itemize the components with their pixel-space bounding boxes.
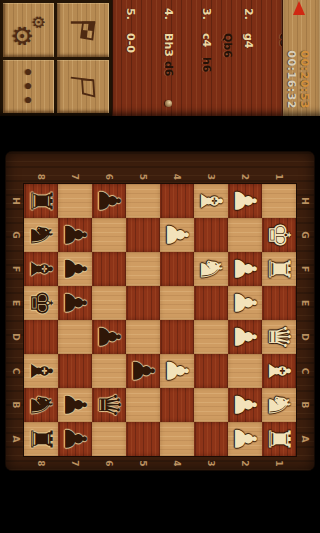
move-line: Qb6	[220, 0, 235, 116]
black-knight: ♞	[24, 388, 58, 422]
square-a1[interactable]: ♜	[262, 422, 296, 456]
white-pawn: ♟	[228, 184, 262, 218]
white-pawn: ♟	[160, 218, 194, 252]
board-grid: ♚♜♛♝♞♜♟♟♟♟♟♟♝♞♟♟♟♟♟♛♟♟♟♟♟♜♞♝♚♝♞♜	[24, 184, 296, 456]
square-g4[interactable]: ♟	[160, 218, 194, 252]
square-f1[interactable]: ♜	[262, 252, 296, 286]
square-e5[interactable]	[126, 286, 160, 320]
black-pawn: ♟	[126, 354, 160, 388]
white-pawn: ♟	[228, 252, 262, 286]
more-options-button[interactable]: ●●●	[3, 60, 55, 114]
move-line: 3.c4h6	[199, 0, 214, 116]
black-pawn: ♟	[58, 388, 92, 422]
coord-label-h: H	[297, 184, 312, 218]
square-d5[interactable]	[126, 320, 160, 354]
square-b2[interactable]: ♟	[228, 388, 262, 422]
move-line: c5	[276, 0, 283, 116]
white-move: 0-0	[123, 33, 138, 53]
square-f8[interactable]: ♝	[24, 252, 58, 286]
move-number: 2.	[241, 8, 256, 33]
square-f6[interactable]	[92, 252, 126, 286]
black-bishop: ♝	[24, 252, 58, 286]
white-rook: ♜	[262, 252, 296, 286]
square-g1[interactable]: ♚	[262, 218, 296, 252]
coord-label-c: C	[297, 354, 312, 388]
square-d3[interactable]	[194, 320, 228, 354]
black-knight: ♞	[24, 218, 58, 252]
square-e2[interactable]: ♟	[228, 286, 262, 320]
square-c3[interactable]	[194, 354, 228, 388]
settings-button[interactable]: ⚙ ⚙	[3, 3, 55, 57]
square-a6[interactable]	[92, 422, 126, 456]
move-number: 4.	[161, 8, 176, 33]
more-options-dots-icon: ●●●	[24, 62, 33, 111]
coord-label-6: 6	[92, 457, 126, 470]
coord-label-d: D	[297, 320, 312, 354]
coord-label-g: G	[297, 218, 312, 252]
white-king: ♚	[262, 218, 296, 252]
file-labels-top: HGFEDCBA	[297, 184, 312, 456]
rank-labels-left: 12345678	[24, 152, 296, 182]
square-e6[interactable]	[92, 286, 126, 320]
black-move: Qb6	[220, 33, 235, 58]
black-pawn: ♟	[92, 184, 126, 218]
checkered-flag-icon	[68, 15, 98, 45]
square-h7[interactable]	[58, 184, 92, 218]
square-g2[interactable]	[228, 218, 262, 252]
coord-label-2: 2	[228, 152, 262, 180]
coord-label-8: 8	[24, 152, 58, 180]
coord-label-g: G	[8, 218, 23, 252]
clock-row-top: 00:20:53	[300, 0, 313, 109]
white-move: g4	[241, 33, 256, 53]
clock-row-bottom: 00:16:32	[287, 0, 300, 109]
square-f5[interactable]	[126, 252, 160, 286]
square-f3[interactable]: ♞	[194, 252, 228, 286]
move-line: 2.g4	[241, 0, 256, 116]
square-d6[interactable]: ♟	[92, 320, 126, 354]
square-e1[interactable]	[262, 286, 296, 320]
chess-app: 00:20:53 00:16:32 c52.g4Qb63.c4h64.Bh3d6…	[0, 0, 320, 533]
black-move: c5	[276, 33, 283, 47]
gear-icon: ⚙	[9, 24, 35, 47]
square-e7[interactable]: ♟	[58, 286, 92, 320]
square-b4[interactable]	[160, 388, 194, 422]
square-b3[interactable]	[194, 388, 228, 422]
coord-label-7: 7	[58, 457, 92, 470]
coord-label-2: 2	[228, 457, 262, 470]
square-b8[interactable]: ♞	[24, 388, 58, 422]
white-bishop: ♝	[262, 354, 296, 388]
phone-screen: 00:20:53 00:16:32 c52.g4Qb63.c4h64.Bh3d6…	[0, 0, 320, 533]
coord-label-7: 7	[58, 152, 92, 180]
coord-label-a: A	[297, 422, 312, 456]
white-pawn: ♟	[160, 354, 194, 388]
square-b5[interactable]	[126, 388, 160, 422]
white-flag-icon	[68, 71, 98, 101]
square-g3[interactable]	[194, 218, 228, 252]
clock-panel: 00:20:53 00:16:32	[283, 0, 320, 116]
square-g8[interactable]: ♞	[24, 218, 58, 252]
coord-label-f: F	[8, 252, 23, 286]
move-line: 4.Bh3d6	[161, 0, 176, 116]
white-knight: ♞	[262, 388, 296, 422]
move-line: 5.0-0	[123, 0, 138, 116]
coord-label-e: E	[297, 286, 312, 320]
square-a5[interactable]	[126, 422, 160, 456]
square-a4[interactable]	[160, 422, 194, 456]
black-pawn: ♟	[58, 422, 92, 456]
black-pawn: ♟	[58, 218, 92, 252]
square-h3[interactable]: ♝	[194, 184, 228, 218]
coord-label-4: 4	[160, 152, 194, 180]
white-pawn: ♟	[228, 388, 262, 422]
square-c1[interactable]: ♝	[262, 354, 296, 388]
square-c4[interactable]: ♟	[160, 354, 194, 388]
black-pawn: ♟	[58, 286, 92, 320]
square-d8[interactable]	[24, 320, 58, 354]
coord-label-f: F	[297, 252, 312, 286]
square-f4[interactable]	[160, 252, 194, 286]
square-f7[interactable]: ♟	[58, 252, 92, 286]
black-pawn: ♟	[58, 252, 92, 286]
white-flag-button[interactable]	[58, 60, 110, 114]
coord-label-5: 5	[126, 152, 160, 180]
coord-label-b: B	[297, 388, 312, 422]
square-b1[interactable]: ♞	[262, 388, 296, 422]
screw-decoration	[165, 100, 172, 107]
square-h1[interactable]	[262, 184, 296, 218]
move-number: 5.	[123, 8, 138, 33]
black-bishop: ♝	[24, 354, 58, 388]
white-pawn: ♟	[228, 320, 262, 354]
clock-bottom: 00:16:32	[285, 50, 298, 109]
coord-label-a: A	[8, 422, 23, 456]
square-f2[interactable]: ♟	[228, 252, 262, 286]
square-g7[interactable]: ♟	[58, 218, 92, 252]
square-h4[interactable]	[160, 184, 194, 218]
square-c2[interactable]	[228, 354, 262, 388]
chessboard: HGFEDCBA HGFEDCBA 12345678 12345678 ♚♜♛♝…	[6, 152, 314, 470]
white-move: Bh3	[161, 33, 176, 57]
black-pawn: ♟	[92, 320, 126, 354]
coord-label-8: 8	[24, 457, 58, 470]
square-d7[interactable]	[58, 320, 92, 354]
white-move: c4	[199, 33, 214, 53]
white-bishop: ♝	[194, 184, 228, 218]
black-rook: ♜	[24, 422, 58, 456]
square-h2[interactable]: ♟	[228, 184, 262, 218]
coord-label-4: 4	[160, 457, 194, 470]
file-labels-bottom: HGFEDCBA	[8, 184, 23, 456]
black-king: ♚	[24, 286, 58, 320]
white-queen: ♛	[262, 320, 296, 354]
square-g6[interactable]	[92, 218, 126, 252]
square-a2[interactable]: ♟	[228, 422, 262, 456]
coord-label-h: H	[8, 184, 23, 218]
side-panel: 00:20:53 00:16:32 c52.g4Qb63.c4h64.Bh3d6…	[0, 0, 320, 116]
rank-labels-right: 12345678	[24, 457, 296, 470]
coord-label-3: 3	[194, 457, 228, 470]
black-move: d6	[161, 61, 176, 77]
coord-label-1: 1	[262, 152, 296, 180]
square-a8[interactable]: ♜	[24, 422, 58, 456]
square-e3[interactable]	[194, 286, 228, 320]
coord-label-e: E	[8, 286, 23, 320]
coord-label-1: 1	[262, 457, 296, 470]
square-a3[interactable]	[194, 422, 228, 456]
move-number: 3.	[199, 8, 214, 33]
square-c5[interactable]: ♟	[126, 354, 160, 388]
white-rook: ♜	[262, 422, 296, 456]
coord-label-c: C	[8, 354, 23, 388]
square-c7[interactable]	[58, 354, 92, 388]
square-c6[interactable]	[92, 354, 126, 388]
black-queen: ♛	[92, 388, 126, 422]
move-list[interactable]: c52.g4Qb63.c4h64.Bh3d65.0-0	[112, 0, 283, 116]
square-e8[interactable]: ♚	[24, 286, 58, 320]
white-pawn: ♟	[228, 422, 262, 456]
white-knight: ♞	[194, 252, 228, 286]
coord-label-6: 6	[92, 152, 126, 180]
coord-label-b: B	[8, 388, 23, 422]
white-pawn: ♟	[228, 286, 262, 320]
square-h8[interactable]: ♜	[24, 184, 58, 218]
square-e4[interactable]	[160, 286, 194, 320]
square-h6[interactable]: ♟	[92, 184, 126, 218]
square-d2[interactable]: ♟	[228, 320, 262, 354]
square-c8[interactable]: ♝	[24, 354, 58, 388]
square-b6[interactable]: ♛	[92, 388, 126, 422]
square-a7[interactable]: ♟	[58, 422, 92, 456]
square-b7[interactable]: ♟	[58, 388, 92, 422]
coord-label-3: 3	[194, 152, 228, 180]
black-rook: ♜	[24, 184, 58, 218]
coord-label-d: D	[8, 320, 23, 354]
square-h5[interactable]	[126, 184, 160, 218]
coord-label-5: 5	[126, 457, 160, 470]
checkered-flag-button[interactable]	[58, 3, 110, 57]
square-d4[interactable]	[160, 320, 194, 354]
black-move: h6	[199, 57, 214, 73]
toolbar: ⚙ ⚙ ●●●	[0, 0, 112, 116]
square-d1[interactable]: ♛	[262, 320, 296, 354]
square-g5[interactable]	[126, 218, 160, 252]
